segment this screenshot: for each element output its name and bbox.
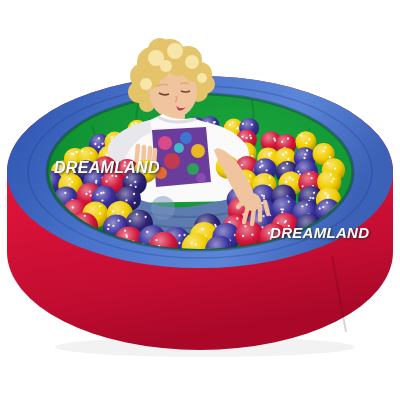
ball-air-hole [287, 158, 289, 160]
ball-air-hole [285, 151, 287, 153]
ball-air-hole [251, 124, 253, 126]
ball-air-hole [304, 153, 306, 155]
ball-air-hole [286, 162, 288, 164]
ball-air-hole [133, 193, 135, 195]
ball-air-hole [261, 194, 263, 196]
ball-air-hole [259, 166, 261, 168]
ball-air-hole [124, 230, 126, 232]
ball-air-hole [134, 181, 136, 183]
ball-air-hole [244, 225, 246, 227]
ball-air-hole [195, 243, 197, 245]
ball-air-hole [287, 137, 289, 139]
ball-air-hole [112, 225, 114, 227]
ball-air-hole [126, 176, 128, 178]
ball-air-hole [312, 197, 314, 199]
ball-air-hole [334, 167, 336, 169]
ball-air-hole [107, 228, 109, 230]
ball-air-hole [81, 150, 83, 152]
ball-air-hole [242, 123, 244, 125]
ball-air-hole [126, 236, 128, 238]
ball-air-hole [324, 146, 326, 148]
ball-air-hole [229, 123, 231, 125]
ball-air-hole [313, 192, 315, 194]
ball-air-hole [305, 204, 307, 206]
ball-air-hole [201, 228, 203, 230]
ball-air-hole [332, 178, 334, 180]
ball-air-hole [117, 219, 119, 221]
ball-air-hole [263, 197, 265, 199]
ball-air-hole [249, 175, 251, 177]
ball-air-hole [273, 138, 275, 140]
ball-air-hole [94, 143, 96, 145]
ball-air-hole [237, 127, 239, 129]
ball-air-hole [270, 152, 272, 154]
ball-air-hole [282, 208, 284, 210]
ball-air-hole [261, 165, 263, 167]
ball-air-hole [282, 167, 284, 169]
ball-air-hole [85, 193, 87, 195]
ball-air-hole [322, 206, 324, 208]
ball-air-hole [90, 194, 92, 196]
ball-air-hole [231, 121, 233, 123]
ball-air-hole [289, 176, 291, 178]
ball-air-hole [268, 155, 270, 157]
ball-air-hole [96, 193, 98, 195]
ball-air-hole [262, 215, 264, 217]
ball-air-hole [155, 239, 157, 241]
ball-air-hole [99, 205, 101, 207]
ball-air-hole [250, 137, 252, 139]
ball-air-hole [324, 192, 326, 194]
ball-air-hole [301, 205, 303, 207]
ball-air-hole [72, 206, 74, 208]
ball-air-hole [310, 177, 312, 179]
ball-air-hole [136, 213, 138, 215]
ball-air-hole [178, 234, 180, 236]
ball-air-hole [112, 210, 114, 212]
ball-air-hole [305, 142, 307, 144]
ball-pool-scene: DREAMLAND DREAMLAND [0, 0, 400, 400]
ball-air-hole [242, 235, 244, 237]
ball-air-hole [84, 215, 86, 217]
ball-air-hole [98, 137, 100, 139]
ball-air-hole [71, 181, 73, 183]
ball-air-hole [135, 122, 137, 124]
ball-air-hole [76, 151, 78, 153]
ball-air-hole [330, 174, 332, 176]
ball-air-hole [131, 123, 133, 125]
ball-air-hole [95, 181, 97, 183]
ball-air-hole [134, 202, 136, 204]
ball-air-hole [191, 242, 193, 244]
ball-air-hole [268, 153, 270, 155]
ball-air-hole [178, 242, 180, 244]
ball-air-hole [98, 146, 100, 148]
ball-air-hole [241, 136, 243, 138]
ball-air-hole [308, 138, 310, 140]
ball-air-hole [68, 178, 70, 180]
ball-air-hole [303, 157, 305, 159]
ball-air-hole [285, 181, 287, 183]
ball-air-hole [105, 180, 107, 182]
ball-air-hole [101, 199, 103, 201]
ball-air-hole [288, 201, 290, 203]
ball-air-hole [72, 153, 74, 155]
ball-air-hole [331, 181, 333, 183]
ball-air-hole [245, 137, 247, 139]
ball-air-hole [269, 184, 271, 186]
ball-air-hole [214, 224, 216, 226]
ball-air-hole [260, 160, 262, 162]
ball-air-hole [251, 234, 253, 236]
ball-air-hole [213, 121, 215, 123]
ball-air-hole [300, 134, 302, 136]
ball-air-hole [326, 201, 328, 203]
ball-air-hole [99, 212, 101, 214]
ball-air-hole [101, 143, 103, 145]
ball-air-hole [326, 196, 328, 198]
ball-air-hole [68, 183, 70, 185]
ball-air-hole [329, 156, 331, 158]
ball-air-hole [292, 178, 294, 180]
ball-air-hole [327, 194, 329, 196]
ball-air-hole [236, 217, 238, 219]
ball-air-hole [228, 221, 230, 223]
ball-air-hole [282, 153, 284, 155]
ball-air-hole [130, 184, 132, 186]
ball-air-hole [323, 150, 325, 152]
ball-air-hole [144, 216, 146, 218]
ball-air-hole [249, 134, 251, 136]
ball-air-hole [102, 192, 104, 194]
ball-air-hole [89, 191, 91, 193]
ball-air-hole [241, 164, 243, 166]
ball-air-hole [301, 185, 303, 187]
ball-air-hole [129, 220, 131, 222]
ball-air-hole [90, 152, 92, 154]
ball-air-hole [265, 169, 267, 171]
product-photo: DREAMLAND DREAMLAND [0, 0, 400, 400]
ball-air-hole [100, 192, 102, 194]
watermark-right: DREAMLAND [270, 224, 369, 241]
ball-air-hole [135, 186, 137, 188]
ball-air-hole [327, 162, 329, 164]
watermark-left: DREAMLAND [54, 159, 160, 176]
ball-air-hole [308, 173, 310, 175]
ball-air-hole [64, 192, 66, 194]
ball-air-hole [297, 170, 299, 172]
ball-air-hole [281, 141, 283, 143]
ball-air-hole [146, 231, 148, 233]
ball-air-hole [108, 224, 110, 226]
ball-air-hole [319, 207, 321, 209]
ball-air-hole [269, 176, 271, 178]
child-shirt-print [152, 127, 211, 187]
ball-air-hole [111, 136, 113, 138]
ball-air-hole [122, 211, 124, 213]
ball-air-hole [183, 234, 185, 236]
ball-air-hole [306, 149, 308, 151]
ball-air-hole [309, 197, 311, 199]
ball-air-hole [125, 199, 127, 201]
ball-air-hole [106, 154, 108, 156]
